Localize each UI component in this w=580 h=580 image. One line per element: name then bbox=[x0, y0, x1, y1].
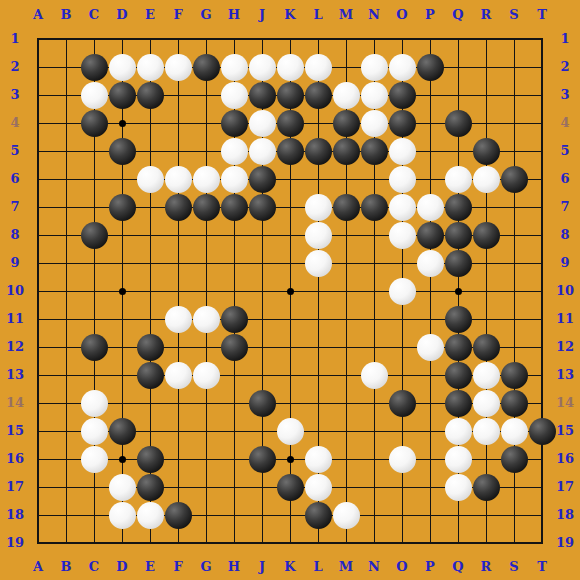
point-F1[interactable] bbox=[164, 25, 192, 53]
point-G5[interactable] bbox=[192, 137, 220, 165]
point-R12[interactable] bbox=[472, 333, 500, 361]
point-F17[interactable] bbox=[164, 473, 192, 501]
point-E11[interactable] bbox=[136, 305, 164, 333]
point-Q19[interactable] bbox=[444, 529, 472, 557]
point-S18[interactable] bbox=[500, 501, 528, 529]
point-O18[interactable] bbox=[388, 501, 416, 529]
point-B6[interactable] bbox=[52, 165, 80, 193]
point-P16[interactable] bbox=[416, 445, 444, 473]
point-E15[interactable] bbox=[136, 417, 164, 445]
point-J6[interactable] bbox=[248, 165, 276, 193]
point-B19[interactable] bbox=[52, 529, 80, 557]
point-R8[interactable] bbox=[472, 221, 500, 249]
point-M12[interactable] bbox=[332, 333, 360, 361]
point-J13[interactable] bbox=[248, 361, 276, 389]
point-O10[interactable] bbox=[388, 277, 416, 305]
point-E9[interactable] bbox=[136, 249, 164, 277]
point-S7[interactable] bbox=[500, 193, 528, 221]
point-Q6[interactable] bbox=[444, 165, 472, 193]
point-A12[interactable] bbox=[24, 333, 52, 361]
point-J1[interactable] bbox=[248, 25, 276, 53]
point-E1[interactable] bbox=[136, 25, 164, 53]
point-S11[interactable] bbox=[500, 305, 528, 333]
point-D18[interactable] bbox=[108, 501, 136, 529]
point-J14[interactable] bbox=[248, 389, 276, 417]
point-S15[interactable] bbox=[500, 417, 528, 445]
point-C1[interactable] bbox=[80, 25, 108, 53]
point-E17[interactable] bbox=[136, 473, 164, 501]
point-N16[interactable] bbox=[360, 445, 388, 473]
point-D7[interactable] bbox=[108, 193, 136, 221]
point-B2[interactable] bbox=[52, 53, 80, 81]
point-O9[interactable] bbox=[388, 249, 416, 277]
point-L6[interactable] bbox=[304, 165, 332, 193]
point-F18[interactable] bbox=[164, 501, 192, 529]
point-S3[interactable] bbox=[500, 81, 528, 109]
point-B13[interactable] bbox=[52, 361, 80, 389]
point-J8[interactable] bbox=[248, 221, 276, 249]
point-P15[interactable] bbox=[416, 417, 444, 445]
point-O14[interactable] bbox=[388, 389, 416, 417]
point-K8[interactable] bbox=[276, 221, 304, 249]
point-P17[interactable] bbox=[416, 473, 444, 501]
point-O7[interactable] bbox=[388, 193, 416, 221]
point-G3[interactable] bbox=[192, 81, 220, 109]
point-A10[interactable] bbox=[24, 277, 52, 305]
point-A7[interactable] bbox=[24, 193, 52, 221]
point-F16[interactable] bbox=[164, 445, 192, 473]
point-M2[interactable] bbox=[332, 53, 360, 81]
point-N15[interactable] bbox=[360, 417, 388, 445]
point-C18[interactable] bbox=[80, 501, 108, 529]
point-L14[interactable] bbox=[304, 389, 332, 417]
point-R7[interactable] bbox=[472, 193, 500, 221]
point-D19[interactable] bbox=[108, 529, 136, 557]
point-B4[interactable] bbox=[52, 109, 80, 137]
point-B7[interactable] bbox=[52, 193, 80, 221]
point-B5[interactable] bbox=[52, 137, 80, 165]
point-F4[interactable] bbox=[164, 109, 192, 137]
point-T4[interactable] bbox=[528, 109, 556, 137]
point-J15[interactable] bbox=[248, 417, 276, 445]
point-Q18[interactable] bbox=[444, 501, 472, 529]
point-Q3[interactable] bbox=[444, 81, 472, 109]
point-P10[interactable] bbox=[416, 277, 444, 305]
point-S12[interactable] bbox=[500, 333, 528, 361]
point-G16[interactable] bbox=[192, 445, 220, 473]
point-R10[interactable] bbox=[472, 277, 500, 305]
point-M18[interactable] bbox=[332, 501, 360, 529]
point-G7[interactable] bbox=[192, 193, 220, 221]
point-B16[interactable] bbox=[52, 445, 80, 473]
point-M8[interactable] bbox=[332, 221, 360, 249]
point-H19[interactable] bbox=[220, 529, 248, 557]
point-A11[interactable] bbox=[24, 305, 52, 333]
point-S1[interactable] bbox=[500, 25, 528, 53]
point-R17[interactable] bbox=[472, 473, 500, 501]
point-E10[interactable] bbox=[136, 277, 164, 305]
point-H3[interactable] bbox=[220, 81, 248, 109]
point-L10[interactable] bbox=[304, 277, 332, 305]
point-E12[interactable] bbox=[136, 333, 164, 361]
point-A4[interactable] bbox=[24, 109, 52, 137]
point-K6[interactable] bbox=[276, 165, 304, 193]
point-B8[interactable] bbox=[52, 221, 80, 249]
point-A13[interactable] bbox=[24, 361, 52, 389]
point-K12[interactable] bbox=[276, 333, 304, 361]
point-K17[interactable] bbox=[276, 473, 304, 501]
point-C15[interactable] bbox=[80, 417, 108, 445]
point-H9[interactable] bbox=[220, 249, 248, 277]
point-L11[interactable] bbox=[304, 305, 332, 333]
point-Q12[interactable] bbox=[444, 333, 472, 361]
point-H16[interactable] bbox=[220, 445, 248, 473]
point-P4[interactable] bbox=[416, 109, 444, 137]
point-B11[interactable] bbox=[52, 305, 80, 333]
point-D16[interactable] bbox=[108, 445, 136, 473]
point-M10[interactable] bbox=[332, 277, 360, 305]
point-L5[interactable] bbox=[304, 137, 332, 165]
point-S17[interactable] bbox=[500, 473, 528, 501]
point-T5[interactable] bbox=[528, 137, 556, 165]
point-C12[interactable] bbox=[80, 333, 108, 361]
point-H8[interactable] bbox=[220, 221, 248, 249]
point-G2[interactable] bbox=[192, 53, 220, 81]
point-D2[interactable] bbox=[108, 53, 136, 81]
point-C19[interactable] bbox=[80, 529, 108, 557]
point-H13[interactable] bbox=[220, 361, 248, 389]
point-F2[interactable] bbox=[164, 53, 192, 81]
point-E16[interactable] bbox=[136, 445, 164, 473]
point-H11[interactable] bbox=[220, 305, 248, 333]
point-G1[interactable] bbox=[192, 25, 220, 53]
point-Q17[interactable] bbox=[444, 473, 472, 501]
point-J7[interactable] bbox=[248, 193, 276, 221]
point-E4[interactable] bbox=[136, 109, 164, 137]
point-K3[interactable] bbox=[276, 81, 304, 109]
point-L3[interactable] bbox=[304, 81, 332, 109]
point-N4[interactable] bbox=[360, 109, 388, 137]
point-S4[interactable] bbox=[500, 109, 528, 137]
point-B1[interactable] bbox=[52, 25, 80, 53]
point-J5[interactable] bbox=[248, 137, 276, 165]
point-A17[interactable] bbox=[24, 473, 52, 501]
point-H5[interactable] bbox=[220, 137, 248, 165]
point-S9[interactable] bbox=[500, 249, 528, 277]
point-S14[interactable] bbox=[500, 389, 528, 417]
point-K15[interactable] bbox=[276, 417, 304, 445]
point-J17[interactable] bbox=[248, 473, 276, 501]
point-E2[interactable] bbox=[136, 53, 164, 81]
point-M15[interactable] bbox=[332, 417, 360, 445]
point-G19[interactable] bbox=[192, 529, 220, 557]
point-J11[interactable] bbox=[248, 305, 276, 333]
point-M1[interactable] bbox=[332, 25, 360, 53]
point-F15[interactable] bbox=[164, 417, 192, 445]
point-R19[interactable] bbox=[472, 529, 500, 557]
point-A9[interactable] bbox=[24, 249, 52, 277]
point-F8[interactable] bbox=[164, 221, 192, 249]
point-S2[interactable] bbox=[500, 53, 528, 81]
point-D12[interactable] bbox=[108, 333, 136, 361]
point-E14[interactable] bbox=[136, 389, 164, 417]
point-S6[interactable] bbox=[500, 165, 528, 193]
point-D15[interactable] bbox=[108, 417, 136, 445]
point-E5[interactable] bbox=[136, 137, 164, 165]
point-O13[interactable] bbox=[388, 361, 416, 389]
point-T10[interactable] bbox=[528, 277, 556, 305]
point-A15[interactable] bbox=[24, 417, 52, 445]
point-O1[interactable] bbox=[388, 25, 416, 53]
point-O6[interactable] bbox=[388, 165, 416, 193]
point-S13[interactable] bbox=[500, 361, 528, 389]
point-J10[interactable] bbox=[248, 277, 276, 305]
point-N12[interactable] bbox=[360, 333, 388, 361]
point-H14[interactable] bbox=[220, 389, 248, 417]
point-T13[interactable] bbox=[528, 361, 556, 389]
point-F3[interactable] bbox=[164, 81, 192, 109]
point-F12[interactable] bbox=[164, 333, 192, 361]
point-G10[interactable] bbox=[192, 277, 220, 305]
point-A2[interactable] bbox=[24, 53, 52, 81]
point-G18[interactable] bbox=[192, 501, 220, 529]
point-A8[interactable] bbox=[24, 221, 52, 249]
point-F6[interactable] bbox=[164, 165, 192, 193]
point-J4[interactable] bbox=[248, 109, 276, 137]
point-S8[interactable] bbox=[500, 221, 528, 249]
point-J12[interactable] bbox=[248, 333, 276, 361]
point-Q9[interactable] bbox=[444, 249, 472, 277]
point-G12[interactable] bbox=[192, 333, 220, 361]
point-P12[interactable] bbox=[416, 333, 444, 361]
point-A5[interactable] bbox=[24, 137, 52, 165]
point-T1[interactable] bbox=[528, 25, 556, 53]
point-D8[interactable] bbox=[108, 221, 136, 249]
point-K11[interactable] bbox=[276, 305, 304, 333]
point-R16[interactable] bbox=[472, 445, 500, 473]
point-A19[interactable] bbox=[24, 529, 52, 557]
point-N19[interactable] bbox=[360, 529, 388, 557]
point-N3[interactable] bbox=[360, 81, 388, 109]
point-O17[interactable] bbox=[388, 473, 416, 501]
point-Q1[interactable] bbox=[444, 25, 472, 53]
point-T17[interactable] bbox=[528, 473, 556, 501]
point-A18[interactable] bbox=[24, 501, 52, 529]
point-T2[interactable] bbox=[528, 53, 556, 81]
point-Q15[interactable] bbox=[444, 417, 472, 445]
point-O16[interactable] bbox=[388, 445, 416, 473]
point-J3[interactable] bbox=[248, 81, 276, 109]
point-R14[interactable] bbox=[472, 389, 500, 417]
point-L16[interactable] bbox=[304, 445, 332, 473]
point-T12[interactable] bbox=[528, 333, 556, 361]
point-F10[interactable] bbox=[164, 277, 192, 305]
point-D10[interactable] bbox=[108, 277, 136, 305]
point-K13[interactable] bbox=[276, 361, 304, 389]
point-M6[interactable] bbox=[332, 165, 360, 193]
point-P18[interactable] bbox=[416, 501, 444, 529]
point-P5[interactable] bbox=[416, 137, 444, 165]
point-L17[interactable] bbox=[304, 473, 332, 501]
point-T16[interactable] bbox=[528, 445, 556, 473]
point-N8[interactable] bbox=[360, 221, 388, 249]
point-A16[interactable] bbox=[24, 445, 52, 473]
point-B3[interactable] bbox=[52, 81, 80, 109]
point-K10[interactable] bbox=[276, 277, 304, 305]
point-G17[interactable] bbox=[192, 473, 220, 501]
point-P13[interactable] bbox=[416, 361, 444, 389]
point-M13[interactable] bbox=[332, 361, 360, 389]
point-R18[interactable] bbox=[472, 501, 500, 529]
point-D11[interactable] bbox=[108, 305, 136, 333]
point-S10[interactable] bbox=[500, 277, 528, 305]
point-N1[interactable] bbox=[360, 25, 388, 53]
point-K2[interactable] bbox=[276, 53, 304, 81]
point-M14[interactable] bbox=[332, 389, 360, 417]
point-M16[interactable] bbox=[332, 445, 360, 473]
point-G6[interactable] bbox=[192, 165, 220, 193]
point-G4[interactable] bbox=[192, 109, 220, 137]
point-D9[interactable] bbox=[108, 249, 136, 277]
point-H1[interactable] bbox=[220, 25, 248, 53]
point-T18[interactable] bbox=[528, 501, 556, 529]
point-T8[interactable] bbox=[528, 221, 556, 249]
point-K4[interactable] bbox=[276, 109, 304, 137]
point-E13[interactable] bbox=[136, 361, 164, 389]
point-A14[interactable] bbox=[24, 389, 52, 417]
point-Q2[interactable] bbox=[444, 53, 472, 81]
point-O11[interactable] bbox=[388, 305, 416, 333]
point-H18[interactable] bbox=[220, 501, 248, 529]
point-B18[interactable] bbox=[52, 501, 80, 529]
point-N10[interactable] bbox=[360, 277, 388, 305]
point-P19[interactable] bbox=[416, 529, 444, 557]
point-Q13[interactable] bbox=[444, 361, 472, 389]
point-T15[interactable] bbox=[528, 417, 556, 445]
point-C6[interactable] bbox=[80, 165, 108, 193]
point-J16[interactable] bbox=[248, 445, 276, 473]
point-K5[interactable] bbox=[276, 137, 304, 165]
point-K14[interactable] bbox=[276, 389, 304, 417]
point-L8[interactable] bbox=[304, 221, 332, 249]
point-R9[interactable] bbox=[472, 249, 500, 277]
point-E3[interactable] bbox=[136, 81, 164, 109]
point-H10[interactable] bbox=[220, 277, 248, 305]
point-M17[interactable] bbox=[332, 473, 360, 501]
point-G15[interactable] bbox=[192, 417, 220, 445]
point-H4[interactable] bbox=[220, 109, 248, 137]
point-C11[interactable] bbox=[80, 305, 108, 333]
point-P14[interactable] bbox=[416, 389, 444, 417]
point-L18[interactable] bbox=[304, 501, 332, 529]
point-D5[interactable] bbox=[108, 137, 136, 165]
point-E6[interactable] bbox=[136, 165, 164, 193]
point-L4[interactable] bbox=[304, 109, 332, 137]
point-G8[interactable] bbox=[192, 221, 220, 249]
point-D3[interactable] bbox=[108, 81, 136, 109]
point-H2[interactable] bbox=[220, 53, 248, 81]
point-T14[interactable] bbox=[528, 389, 556, 417]
point-M7[interactable] bbox=[332, 193, 360, 221]
point-O4[interactable] bbox=[388, 109, 416, 137]
point-P9[interactable] bbox=[416, 249, 444, 277]
point-R5[interactable] bbox=[472, 137, 500, 165]
point-S16[interactable] bbox=[500, 445, 528, 473]
point-N6[interactable] bbox=[360, 165, 388, 193]
point-Q5[interactable] bbox=[444, 137, 472, 165]
point-J9[interactable] bbox=[248, 249, 276, 277]
point-L9[interactable] bbox=[304, 249, 332, 277]
point-C5[interactable] bbox=[80, 137, 108, 165]
point-A3[interactable] bbox=[24, 81, 52, 109]
point-D13[interactable] bbox=[108, 361, 136, 389]
point-C16[interactable] bbox=[80, 445, 108, 473]
point-K1[interactable] bbox=[276, 25, 304, 53]
point-T19[interactable] bbox=[528, 529, 556, 557]
point-F13[interactable] bbox=[164, 361, 192, 389]
point-K9[interactable] bbox=[276, 249, 304, 277]
point-B9[interactable] bbox=[52, 249, 80, 277]
point-J2[interactable] bbox=[248, 53, 276, 81]
point-E8[interactable] bbox=[136, 221, 164, 249]
point-P6[interactable] bbox=[416, 165, 444, 193]
point-N14[interactable] bbox=[360, 389, 388, 417]
point-Q14[interactable] bbox=[444, 389, 472, 417]
point-Q11[interactable] bbox=[444, 305, 472, 333]
point-N7[interactable] bbox=[360, 193, 388, 221]
point-M3[interactable] bbox=[332, 81, 360, 109]
point-C2[interactable] bbox=[80, 53, 108, 81]
point-B14[interactable] bbox=[52, 389, 80, 417]
point-G13[interactable] bbox=[192, 361, 220, 389]
point-N13[interactable] bbox=[360, 361, 388, 389]
point-O8[interactable] bbox=[388, 221, 416, 249]
point-D4[interactable] bbox=[108, 109, 136, 137]
point-R2[interactable] bbox=[472, 53, 500, 81]
point-P3[interactable] bbox=[416, 81, 444, 109]
point-O3[interactable] bbox=[388, 81, 416, 109]
point-E19[interactable] bbox=[136, 529, 164, 557]
point-N18[interactable] bbox=[360, 501, 388, 529]
point-C4[interactable] bbox=[80, 109, 108, 137]
point-Q8[interactable] bbox=[444, 221, 472, 249]
point-T11[interactable] bbox=[528, 305, 556, 333]
point-D6[interactable] bbox=[108, 165, 136, 193]
point-G11[interactable] bbox=[192, 305, 220, 333]
point-C7[interactable] bbox=[80, 193, 108, 221]
point-J18[interactable] bbox=[248, 501, 276, 529]
point-B12[interactable] bbox=[52, 333, 80, 361]
point-R13[interactable] bbox=[472, 361, 500, 389]
point-O15[interactable] bbox=[388, 417, 416, 445]
point-Q10[interactable] bbox=[444, 277, 472, 305]
point-H17[interactable] bbox=[220, 473, 248, 501]
point-F5[interactable] bbox=[164, 137, 192, 165]
point-R1[interactable] bbox=[472, 25, 500, 53]
point-C14[interactable] bbox=[80, 389, 108, 417]
point-R4[interactable] bbox=[472, 109, 500, 137]
point-H6[interactable] bbox=[220, 165, 248, 193]
point-F19[interactable] bbox=[164, 529, 192, 557]
point-C9[interactable] bbox=[80, 249, 108, 277]
point-H12[interactable] bbox=[220, 333, 248, 361]
point-M19[interactable] bbox=[332, 529, 360, 557]
point-F7[interactable] bbox=[164, 193, 192, 221]
point-C13[interactable] bbox=[80, 361, 108, 389]
point-L15[interactable] bbox=[304, 417, 332, 445]
point-R3[interactable] bbox=[472, 81, 500, 109]
point-E7[interactable] bbox=[136, 193, 164, 221]
